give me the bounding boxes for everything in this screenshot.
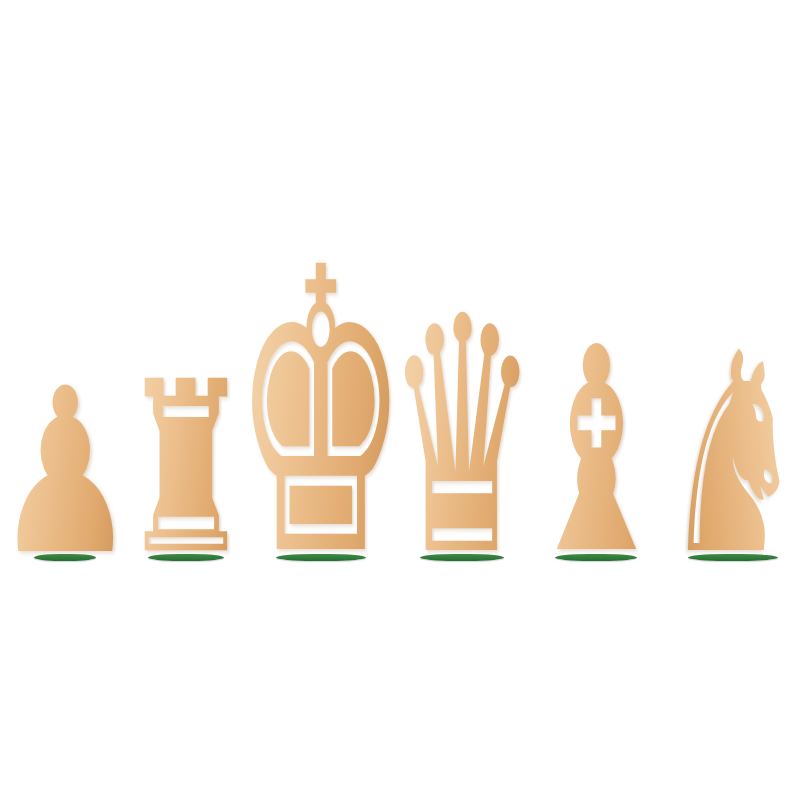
chess-piece-white-bishop[interactable]: ♝ bbox=[552, 311, 640, 561]
knight-icon: ♞ bbox=[662, 317, 800, 593]
rook-icon: ♜ bbox=[120, 351, 251, 587]
king-icon: ♚ bbox=[233, 217, 409, 609]
product-photo: ♟ ♜ ♚ ♛ ♝ ♞ bbox=[0, 0, 800, 800]
chess-piece-white-king[interactable]: ♚ bbox=[271, 217, 371, 561]
chess-piece-white-pawn[interactable]: ♟ bbox=[30, 358, 100, 561]
chess-piece-white-rook[interactable]: ♜ bbox=[145, 351, 227, 561]
chess-piece-lineup: ♟ ♜ ♚ ♛ ♝ ♞ bbox=[30, 217, 782, 561]
pawn-icon: ♟ bbox=[0, 358, 137, 586]
chess-piece-white-knight[interactable]: ♞ bbox=[685, 317, 782, 561]
chess-piece-white-queen[interactable]: ♛ bbox=[416, 274, 508, 561]
bishop-icon: ♝ bbox=[521, 311, 673, 593]
queen-icon: ♛ bbox=[386, 274, 538, 600]
